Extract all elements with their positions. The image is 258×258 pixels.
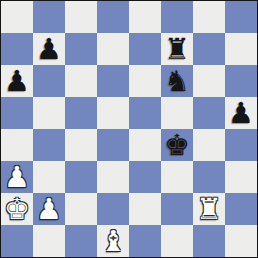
- square-e5[interactable]: [129, 97, 161, 129]
- square-h6[interactable]: [225, 65, 257, 97]
- square-e6[interactable]: [129, 65, 161, 97]
- square-a8[interactable]: [1, 1, 33, 33]
- square-a1[interactable]: [1, 225, 33, 257]
- piece-white-pawn[interactable]: ♟: [4, 161, 30, 193]
- square-b2[interactable]: ♟: [33, 193, 65, 225]
- square-c7[interactable]: [65, 33, 97, 65]
- piece-white-pawn[interactable]: ♟: [36, 193, 62, 225]
- square-h5[interactable]: ♟: [225, 97, 257, 129]
- square-c8[interactable]: [65, 1, 97, 33]
- piece-black-rook[interactable]: ♜: [164, 33, 190, 65]
- square-a6[interactable]: ♟: [1, 65, 33, 97]
- square-f4[interactable]: ♚: [161, 129, 193, 161]
- square-b4[interactable]: [33, 129, 65, 161]
- square-b1[interactable]: [33, 225, 65, 257]
- square-f1[interactable]: [161, 225, 193, 257]
- square-d5[interactable]: [97, 97, 129, 129]
- square-c4[interactable]: [65, 129, 97, 161]
- square-b7[interactable]: ♟: [33, 33, 65, 65]
- square-e2[interactable]: [129, 193, 161, 225]
- square-e4[interactable]: [129, 129, 161, 161]
- square-h7[interactable]: [225, 33, 257, 65]
- square-b6[interactable]: [33, 65, 65, 97]
- square-c5[interactable]: [65, 97, 97, 129]
- square-g6[interactable]: [193, 65, 225, 97]
- square-f8[interactable]: [161, 1, 193, 33]
- chess-board: ♟♜♟♞♟♚♟♚♟♜♝: [0, 0, 258, 258]
- square-g8[interactable]: [193, 1, 225, 33]
- square-g1[interactable]: [193, 225, 225, 257]
- square-h4[interactable]: [225, 129, 257, 161]
- square-c1[interactable]: [65, 225, 97, 257]
- square-g2[interactable]: ♜: [193, 193, 225, 225]
- square-f5[interactable]: [161, 97, 193, 129]
- square-g3[interactable]: [193, 161, 225, 193]
- square-d1[interactable]: ♝: [97, 225, 129, 257]
- square-d2[interactable]: [97, 193, 129, 225]
- piece-black-king[interactable]: ♚: [164, 129, 190, 161]
- square-h3[interactable]: [225, 161, 257, 193]
- square-e7[interactable]: [129, 33, 161, 65]
- square-a7[interactable]: [1, 33, 33, 65]
- square-a2[interactable]: ♚: [1, 193, 33, 225]
- square-a4[interactable]: [1, 129, 33, 161]
- square-d6[interactable]: [97, 65, 129, 97]
- piece-black-knight[interactable]: ♞: [164, 65, 190, 97]
- square-d7[interactable]: [97, 33, 129, 65]
- square-h1[interactable]: [225, 225, 257, 257]
- square-h2[interactable]: [225, 193, 257, 225]
- square-g5[interactable]: [193, 97, 225, 129]
- square-g7[interactable]: [193, 33, 225, 65]
- square-h8[interactable]: [225, 1, 257, 33]
- square-d4[interactable]: [97, 129, 129, 161]
- square-c6[interactable]: [65, 65, 97, 97]
- square-f2[interactable]: [161, 193, 193, 225]
- square-g4[interactable]: [193, 129, 225, 161]
- square-e3[interactable]: [129, 161, 161, 193]
- square-d3[interactable]: [97, 161, 129, 193]
- square-f3[interactable]: [161, 161, 193, 193]
- square-c3[interactable]: [65, 161, 97, 193]
- square-d8[interactable]: [97, 1, 129, 33]
- piece-white-bishop[interactable]: ♝: [100, 225, 126, 257]
- piece-black-pawn[interactable]: ♟: [4, 65, 30, 97]
- piece-white-king[interactable]: ♚: [4, 193, 30, 225]
- square-a3[interactable]: ♟: [1, 161, 33, 193]
- square-a5[interactable]: [1, 97, 33, 129]
- piece-black-pawn[interactable]: ♟: [228, 97, 254, 129]
- square-c2[interactable]: [65, 193, 97, 225]
- chess-app-window: ♟♜♟♞♟♚♟♚♟♜♝: [0, 0, 258, 258]
- square-b5[interactable]: [33, 97, 65, 129]
- square-b3[interactable]: [33, 161, 65, 193]
- square-e1[interactable]: [129, 225, 161, 257]
- square-f6[interactable]: ♞: [161, 65, 193, 97]
- piece-black-pawn[interactable]: ♟: [36, 33, 62, 65]
- piece-white-rook[interactable]: ♜: [196, 193, 222, 225]
- square-b8[interactable]: [33, 1, 65, 33]
- square-e8[interactable]: [129, 1, 161, 33]
- square-f7[interactable]: ♜: [161, 33, 193, 65]
